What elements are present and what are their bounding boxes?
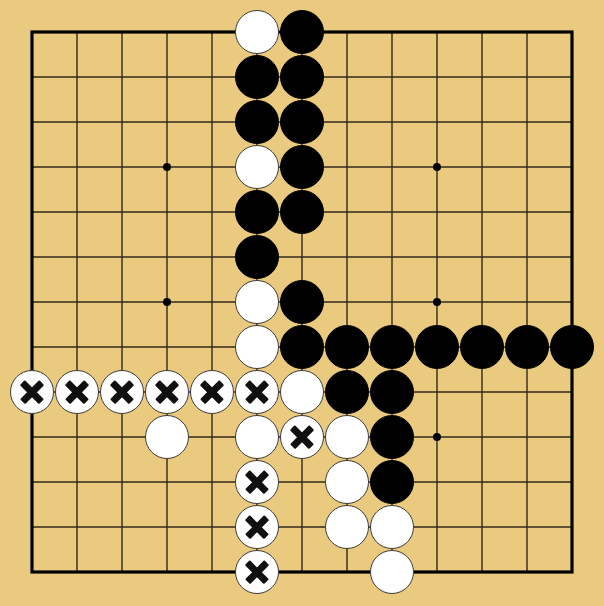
white-stone-x-marked[interactable] <box>235 550 279 594</box>
black-stone[interactable] <box>280 325 324 369</box>
white-stone[interactable] <box>325 505 369 549</box>
black-stone[interactable] <box>325 325 369 369</box>
go-board-diagram <box>0 0 604 606</box>
white-stone-x-marked[interactable] <box>55 370 99 414</box>
white-stone-x-marked[interactable] <box>145 370 189 414</box>
black-stone[interactable] <box>550 325 594 369</box>
black-stone[interactable] <box>235 55 279 99</box>
black-stone[interactable] <box>280 190 324 234</box>
black-stone[interactable] <box>370 370 414 414</box>
white-stone[interactable] <box>145 415 189 459</box>
white-stone[interactable] <box>235 325 279 369</box>
white-stone[interactable] <box>325 460 369 504</box>
black-stone[interactable] <box>235 100 279 144</box>
white-stone[interactable] <box>370 550 414 594</box>
black-stone[interactable] <box>280 55 324 99</box>
black-stone[interactable] <box>505 325 549 369</box>
black-stone[interactable] <box>235 190 279 234</box>
black-stone[interactable] <box>280 10 324 54</box>
black-stone[interactable] <box>280 145 324 189</box>
white-stone[interactable] <box>235 10 279 54</box>
black-stone[interactable] <box>370 415 414 459</box>
white-stone-x-marked[interactable] <box>10 370 54 414</box>
white-stone[interactable] <box>370 505 414 549</box>
black-stone[interactable] <box>280 100 324 144</box>
white-stone[interactable] <box>280 370 324 414</box>
white-stone-x-marked[interactable] <box>235 460 279 504</box>
white-stone[interactable] <box>235 415 279 459</box>
white-stone-x-marked[interactable] <box>235 370 279 414</box>
black-stone[interactable] <box>280 280 324 324</box>
white-stone[interactable] <box>325 415 369 459</box>
white-stone-x-marked[interactable] <box>280 415 324 459</box>
white-stone[interactable] <box>235 280 279 324</box>
white-stone-x-marked[interactable] <box>235 505 279 549</box>
white-stone-x-marked[interactable] <box>100 370 144 414</box>
stones-layer <box>0 0 604 606</box>
black-stone[interactable] <box>415 325 459 369</box>
black-stone[interactable] <box>370 460 414 504</box>
black-stone[interactable] <box>235 235 279 279</box>
white-stone[interactable] <box>235 145 279 189</box>
black-stone[interactable] <box>460 325 504 369</box>
black-stone[interactable] <box>325 370 369 414</box>
black-stone[interactable] <box>370 325 414 369</box>
white-stone-x-marked[interactable] <box>190 370 234 414</box>
